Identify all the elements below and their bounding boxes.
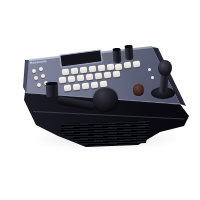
round-button [41, 74, 45, 78]
keypad-button [68, 76, 76, 83]
round-button [37, 83, 41, 87]
keypad-button [59, 77, 67, 84]
keypad-button [62, 69, 70, 76]
indicator-led [148, 68, 151, 71]
keypad-button [80, 67, 88, 74]
keypad-button [124, 62, 132, 69]
keypad-button [107, 64, 115, 71]
round-button [39, 67, 43, 71]
keypad-button [71, 68, 79, 75]
keypad-button [64, 85, 72, 92]
keypad-button [73, 84, 81, 91]
keypad-button [113, 71, 121, 78]
master-dial-knob [93, 87, 118, 111]
keypad-button [95, 73, 103, 80]
round-button [34, 76, 38, 80]
keypad-button [86, 74, 94, 81]
rotary-knob [46, 83, 59, 98]
keypad-button [133, 61, 141, 68]
keypad-button [104, 72, 112, 79]
accent-knob [133, 84, 144, 96]
indicator-led [151, 76, 154, 79]
keypad-button [82, 83, 90, 90]
rotary-knob [125, 46, 134, 61]
keypad-button [91, 82, 99, 89]
keypad-button [98, 65, 106, 72]
keypad-button [77, 75, 85, 82]
product-photo: Panasonic [0, 0, 200, 200]
keypad-button [89, 66, 97, 73]
round-button [32, 69, 36, 73]
joystick-grip [158, 60, 172, 76]
rotary-knob [113, 49, 122, 64]
keypad-button [115, 64, 123, 71]
